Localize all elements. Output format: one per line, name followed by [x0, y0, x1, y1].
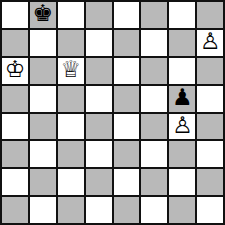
- square-e3[interactable]: [114, 141, 140, 167]
- square-a7[interactable]: [2, 30, 28, 56]
- square-b1[interactable]: [30, 197, 56, 223]
- square-f8[interactable]: [141, 2, 167, 28]
- square-a2[interactable]: [2, 169, 28, 195]
- square-f7[interactable]: [141, 30, 167, 56]
- square-c3[interactable]: [58, 141, 84, 167]
- square-g3[interactable]: [169, 141, 195, 167]
- square-e7[interactable]: [114, 30, 140, 56]
- piece-white-pawn[interactable]: ♙: [172, 114, 193, 137]
- piece-white-king[interactable]: ♔: [5, 58, 26, 81]
- square-g2[interactable]: [169, 169, 195, 195]
- square-f1[interactable]: [141, 197, 167, 223]
- square-b4[interactable]: [30, 114, 56, 140]
- square-g1[interactable]: [169, 197, 195, 223]
- square-c1[interactable]: [58, 197, 84, 223]
- square-h7[interactable]: ♙: [197, 30, 223, 56]
- square-a8[interactable]: [2, 2, 28, 28]
- square-d4[interactable]: [86, 114, 112, 140]
- square-g7[interactable]: [169, 30, 195, 56]
- square-c2[interactable]: [58, 169, 84, 195]
- chess-board: ♚♙♔♕♟♙: [0, 0, 225, 225]
- square-d2[interactable]: [86, 169, 112, 195]
- square-g6[interactable]: [169, 58, 195, 84]
- square-a3[interactable]: [2, 141, 28, 167]
- square-d5[interactable]: [86, 86, 112, 112]
- piece-black-king[interactable]: ♚: [33, 2, 54, 25]
- square-c8[interactable]: [58, 2, 84, 28]
- piece-white-pawn[interactable]: ♙: [200, 30, 221, 53]
- square-f3[interactable]: [141, 141, 167, 167]
- square-e4[interactable]: [114, 114, 140, 140]
- square-f2[interactable]: [141, 169, 167, 195]
- square-b7[interactable]: [30, 30, 56, 56]
- square-a6[interactable]: ♔: [2, 58, 28, 84]
- square-a4[interactable]: [2, 114, 28, 140]
- square-h3[interactable]: [197, 141, 223, 167]
- square-f6[interactable]: [141, 58, 167, 84]
- square-e6[interactable]: [114, 58, 140, 84]
- square-b3[interactable]: [30, 141, 56, 167]
- square-f4[interactable]: [141, 114, 167, 140]
- square-c4[interactable]: [58, 114, 84, 140]
- square-b5[interactable]: [30, 86, 56, 112]
- square-b2[interactable]: [30, 169, 56, 195]
- square-d8[interactable]: [86, 2, 112, 28]
- square-a5[interactable]: [2, 86, 28, 112]
- piece-black-pawn[interactable]: ♟: [172, 86, 193, 109]
- square-g8[interactable]: [169, 2, 195, 28]
- square-h2[interactable]: [197, 169, 223, 195]
- square-h6[interactable]: [197, 58, 223, 84]
- square-h5[interactable]: [197, 86, 223, 112]
- square-c5[interactable]: [58, 86, 84, 112]
- square-a1[interactable]: [2, 197, 28, 223]
- piece-white-queen[interactable]: ♕: [60, 58, 81, 81]
- square-c6[interactable]: ♕: [58, 58, 84, 84]
- square-h8[interactable]: [197, 2, 223, 28]
- square-e2[interactable]: [114, 169, 140, 195]
- square-c7[interactable]: [58, 30, 84, 56]
- square-e5[interactable]: [114, 86, 140, 112]
- square-h4[interactable]: [197, 114, 223, 140]
- square-d7[interactable]: [86, 30, 112, 56]
- square-b6[interactable]: [30, 58, 56, 84]
- square-d1[interactable]: [86, 197, 112, 223]
- square-h1[interactable]: [197, 197, 223, 223]
- square-g5[interactable]: ♟: [169, 86, 195, 112]
- square-d6[interactable]: [86, 58, 112, 84]
- square-e1[interactable]: [114, 197, 140, 223]
- square-e8[interactable]: [114, 2, 140, 28]
- square-g4[interactable]: ♙: [169, 114, 195, 140]
- square-b8[interactable]: ♚: [30, 2, 56, 28]
- square-d3[interactable]: [86, 141, 112, 167]
- square-f5[interactable]: [141, 86, 167, 112]
